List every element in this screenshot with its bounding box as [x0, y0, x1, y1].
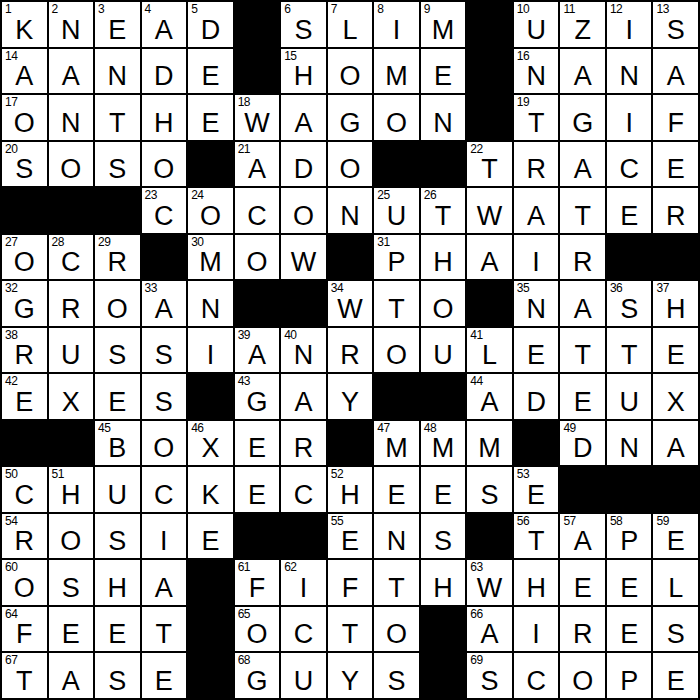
square-8-11[interactable]: 41L — [467, 328, 512, 373]
square-7-8[interactable]: 34W — [328, 281, 373, 326]
square-9-4[interactable]: S — [142, 374, 187, 419]
cell-letter: M — [421, 17, 466, 44]
square-13-3[interactable]: H — [95, 560, 140, 605]
cell-letter: S — [467, 482, 512, 509]
clue-number: 43 — [238, 375, 250, 388]
cell-letter: I — [514, 621, 559, 648]
square-3-15[interactable]: F — [653, 95, 698, 140]
cell-letter: A — [142, 575, 187, 602]
clue-number: 42 — [5, 375, 17, 388]
square-1-15[interactable]: 13S — [653, 2, 698, 47]
square-6-9[interactable]: 31P — [374, 235, 419, 280]
square-4-8[interactable]: O — [328, 142, 373, 187]
square-7-10[interactable]: O — [421, 281, 466, 326]
cell-letter: C — [607, 156, 652, 183]
square-1-4[interactable]: 4A — [142, 2, 187, 47]
square-7-3[interactable]: O — [95, 281, 140, 326]
square-15-8[interactable]: Y — [328, 653, 373, 698]
square-14-9[interactable]: O — [374, 607, 419, 652]
cell-letter: S — [653, 621, 698, 648]
square-1-13[interactable]: 11Z — [560, 2, 605, 47]
cell-letter: T — [421, 203, 466, 230]
square-15-1[interactable]: 67T — [2, 653, 47, 698]
square-11-2[interactable]: 51H — [49, 467, 94, 512]
square-6-1[interactable]: 27O — [2, 235, 47, 280]
cell-letter: N — [49, 110, 94, 137]
cell-letter: E — [188, 528, 233, 555]
square-10-5[interactable]: 46X — [188, 421, 233, 466]
square-2-7[interactable]: 15H — [281, 49, 326, 94]
cell-letter: M — [188, 249, 233, 276]
square-8-1[interactable]: 38R — [2, 328, 47, 373]
square-15-15[interactable]: E — [653, 653, 698, 698]
clue-number: 1 — [5, 3, 11, 16]
square-11-1[interactable]: 50C — [2, 467, 47, 512]
square-7-14[interactable]: 36S — [607, 281, 652, 326]
clue-number: 6 — [284, 3, 290, 16]
square-10-6[interactable]: E — [235, 421, 280, 466]
square-3-9[interactable]: O — [374, 95, 419, 140]
cell-letter: U — [514, 17, 559, 44]
square-6-3[interactable]: 29R — [95, 235, 140, 280]
square-11-7[interactable]: C — [281, 467, 326, 512]
cell-letter: T — [374, 296, 419, 323]
square-5-5[interactable]: 24O — [188, 188, 233, 233]
square-8-15[interactable]: E — [653, 328, 698, 373]
square-12-10[interactable]: S — [421, 514, 466, 559]
square-3-6[interactable]: 18W — [235, 95, 280, 140]
black-square-6-15 — [653, 235, 698, 280]
square-9-2[interactable]: X — [49, 374, 94, 419]
cell-letter: A — [560, 63, 605, 90]
square-2-5[interactable]: E — [188, 49, 233, 94]
square-2-12[interactable]: 16N — [514, 49, 559, 94]
cell-letter: X — [653, 389, 698, 416]
square-3-3[interactable]: T — [95, 95, 140, 140]
square-5-15[interactable]: R — [653, 188, 698, 233]
cell-letter: O — [49, 528, 94, 555]
square-9-1[interactable]: 42E — [2, 374, 47, 419]
crossword-board: 1K2N3E4A5D6S7L8I9M10U11Z12I13S14AANDE15H… — [0, 0, 700, 700]
square-8-8[interactable]: R — [328, 328, 373, 373]
cell-letter: N — [49, 17, 94, 44]
square-12-8[interactable]: 55E — [328, 514, 373, 559]
square-8-7[interactable]: 40N — [281, 328, 326, 373]
black-square-11-13 — [560, 467, 605, 512]
square-6-6[interactable]: O — [235, 235, 280, 280]
cell-letter: R — [560, 249, 605, 276]
square-12-4[interactable]: I — [142, 514, 187, 559]
square-12-9[interactable]: N — [374, 514, 419, 559]
square-3-10[interactable]: N — [421, 95, 466, 140]
cell-letter: H — [142, 110, 187, 137]
square-10-3[interactable]: 45B — [95, 421, 140, 466]
square-8-4[interactable]: S — [142, 328, 187, 373]
black-square-12-7 — [281, 514, 326, 559]
square-13-9[interactable]: T — [374, 560, 419, 605]
square-4-13[interactable]: A — [560, 142, 605, 187]
cell-letter: O — [560, 668, 605, 695]
square-14-7[interactable]: C — [281, 607, 326, 652]
black-square-5-2 — [49, 188, 94, 233]
square-5-9[interactable]: 25U — [374, 188, 419, 233]
square-7-5[interactable]: N — [188, 281, 233, 326]
square-8-10[interactable]: U — [421, 328, 466, 373]
cell-letter: O — [188, 203, 233, 230]
clue-number: 9 — [424, 3, 430, 16]
black-square-11-15 — [653, 467, 698, 512]
cell-letter: T — [2, 668, 47, 695]
cell-letter: R — [2, 528, 47, 555]
black-square-10-12 — [514, 421, 559, 466]
square-14-6[interactable]: 65O — [235, 607, 280, 652]
square-14-8[interactable]: T — [328, 607, 373, 652]
cell-letter: A — [560, 296, 605, 323]
clue-number: 10 — [517, 3, 529, 16]
clue-number: 44 — [470, 375, 482, 388]
cell-letter: E — [653, 342, 698, 369]
square-14-3[interactable]: E — [95, 607, 140, 652]
square-14-2[interactable]: E — [49, 607, 94, 652]
square-9-12[interactable]: D — [514, 374, 559, 419]
square-13-14[interactable]: E — [607, 560, 652, 605]
square-15-4[interactable]: E — [142, 653, 187, 698]
square-11-12[interactable]: 53E — [514, 467, 559, 512]
square-13-11[interactable]: 63W — [467, 560, 512, 605]
square-7-12[interactable]: 35N — [514, 281, 559, 326]
square-4-3[interactable]: S — [95, 142, 140, 187]
cell-letter: M — [374, 435, 419, 462]
square-11-3[interactable]: U — [95, 467, 140, 512]
cell-letter: A — [653, 63, 698, 90]
square-13-13[interactable]: E — [560, 560, 605, 605]
square-1-8[interactable]: 7L — [328, 2, 373, 47]
cell-letter: C — [235, 203, 280, 230]
square-10-11[interactable]: M — [467, 421, 512, 466]
clue-number: 7 — [331, 3, 337, 16]
square-2-9[interactable]: M — [374, 49, 419, 94]
cell-letter: U — [421, 342, 466, 369]
black-square-5-3 — [95, 188, 140, 233]
cell-letter: H — [514, 575, 559, 602]
black-square-11-14 — [607, 467, 652, 512]
square-7-13[interactable]: A — [560, 281, 605, 326]
clue-number: 34 — [331, 282, 343, 295]
square-7-1[interactable]: 32G — [2, 281, 47, 326]
square-2-13[interactable]: A — [560, 49, 605, 94]
square-5-6[interactable]: C — [235, 188, 280, 233]
square-1-3[interactable]: 3E — [95, 2, 140, 47]
square-15-13[interactable]: O — [560, 653, 605, 698]
cell-letter: I — [514, 249, 559, 276]
square-5-10[interactable]: 26T — [421, 188, 466, 233]
square-4-6[interactable]: 21A — [235, 142, 280, 187]
square-10-13[interactable]: 49D — [560, 421, 605, 466]
square-6-10[interactable]: H — [421, 235, 466, 280]
clue-number: 26 — [424, 189, 436, 202]
square-15-9[interactable]: S — [374, 653, 419, 698]
cell-letter: T — [95, 110, 140, 137]
square-15-7[interactable]: U — [281, 653, 326, 698]
cell-letter: F — [653, 110, 698, 137]
cell-letter: L — [467, 342, 512, 369]
square-2-2[interactable]: A — [49, 49, 94, 94]
square-12-1[interactable]: 54R — [2, 514, 47, 559]
square-14-4[interactable]: T — [142, 607, 187, 652]
square-5-14[interactable]: E — [607, 188, 652, 233]
square-2-3[interactable]: N — [95, 49, 140, 94]
square-14-1[interactable]: 64F — [2, 607, 47, 652]
square-13-4[interactable]: A — [142, 560, 187, 605]
square-13-1[interactable]: 60O — [2, 560, 47, 605]
square-15-12[interactable]: C — [514, 653, 559, 698]
square-12-5[interactable]: E — [188, 514, 233, 559]
square-6-2[interactable]: 28C — [49, 235, 94, 280]
square-1-14[interactable]: 12I — [607, 2, 652, 47]
square-13-7[interactable]: 62I — [281, 560, 326, 605]
square-8-5[interactable]: I — [188, 328, 233, 373]
cell-letter: C — [142, 203, 187, 230]
cell-letter: A — [142, 17, 187, 44]
black-square-10-2 — [49, 421, 94, 466]
square-9-7[interactable]: A — [281, 374, 326, 419]
square-12-12[interactable]: 56T — [514, 514, 559, 559]
square-10-10[interactable]: 48M — [421, 421, 466, 466]
square-15-6[interactable]: 68G — [235, 653, 280, 698]
square-11-8[interactable]: 52H — [328, 467, 373, 512]
square-7-4[interactable]: 33A — [142, 281, 187, 326]
black-square-9-5 — [188, 374, 233, 419]
cell-letter: K — [2, 17, 47, 44]
square-8-14[interactable]: T — [607, 328, 652, 373]
black-square-4-9 — [374, 142, 419, 187]
cell-letter: U — [49, 342, 94, 369]
square-13-2[interactable]: S — [49, 560, 94, 605]
square-10-4[interactable]: O — [142, 421, 187, 466]
cell-letter: L — [653, 575, 698, 602]
square-9-13[interactable]: E — [560, 374, 605, 419]
cell-letter: M — [374, 63, 419, 90]
square-10-7[interactable]: R — [281, 421, 326, 466]
square-8-3[interactable]: S — [95, 328, 140, 373]
square-4-14[interactable]: C — [607, 142, 652, 187]
cell-letter: U — [95, 482, 140, 509]
square-7-2[interactable]: R — [49, 281, 94, 326]
cell-letter: F — [235, 575, 280, 602]
cell-letter: A — [2, 63, 47, 90]
square-13-6[interactable]: 61F — [235, 560, 280, 605]
cell-letter: E — [421, 63, 466, 90]
square-3-5[interactable]: E — [188, 95, 233, 140]
cell-letter: M — [467, 435, 512, 462]
clue-number: 18 — [238, 96, 250, 109]
square-3-4[interactable]: H — [142, 95, 187, 140]
black-square-10-1 — [2, 421, 47, 466]
square-15-11[interactable]: 69S — [467, 653, 512, 698]
square-12-13[interactable]: 57A — [560, 514, 605, 559]
square-1-10[interactable]: 9M — [421, 2, 466, 47]
cell-letter: P — [374, 249, 419, 276]
square-11-6[interactable]: E — [235, 467, 280, 512]
cell-letter: R — [2, 342, 47, 369]
square-5-4[interactable]: 23C — [142, 188, 187, 233]
black-square-9-9 — [374, 374, 419, 419]
square-1-1[interactable]: 1K — [2, 2, 47, 47]
cell-letter: A — [653, 435, 698, 462]
cell-letter: O — [374, 342, 419, 369]
square-4-12[interactable]: R — [514, 142, 559, 187]
square-11-9[interactable]: E — [374, 467, 419, 512]
square-6-11[interactable]: A — [467, 235, 512, 280]
square-4-1[interactable]: 20S — [2, 142, 47, 187]
black-square-1-11 — [467, 2, 512, 47]
cell-letter: N — [421, 110, 466, 137]
cell-letter: I — [607, 17, 652, 44]
square-12-3[interactable]: S — [95, 514, 140, 559]
cell-letter: C — [514, 668, 559, 695]
clue-number: 4 — [145, 3, 151, 16]
square-12-14[interactable]: 58P — [607, 514, 652, 559]
square-2-10[interactable]: E — [421, 49, 466, 94]
square-11-4[interactable]: C — [142, 467, 187, 512]
square-5-13[interactable]: T — [560, 188, 605, 233]
square-1-12[interactable]: 10U — [514, 2, 559, 47]
square-3-13[interactable]: G — [560, 95, 605, 140]
square-14-12[interactable]: I — [514, 607, 559, 652]
black-square-15-10 — [421, 653, 466, 698]
cell-letter: R — [560, 621, 605, 648]
square-6-12[interactable]: I — [514, 235, 559, 280]
square-11-11[interactable]: S — [467, 467, 512, 512]
square-10-9[interactable]: 47M — [374, 421, 419, 466]
clue-number: 2 — [52, 3, 58, 16]
square-14-13[interactable]: R — [560, 607, 605, 652]
square-12-15[interactable]: 59E — [653, 514, 698, 559]
square-8-6[interactable]: 39A — [235, 328, 280, 373]
square-9-11[interactable]: 44A — [467, 374, 512, 419]
square-5-7[interactable]: O — [281, 188, 326, 233]
cell-letter: T — [607, 342, 652, 369]
square-4-11[interactable]: 22T — [467, 142, 512, 187]
square-12-2[interactable]: O — [49, 514, 94, 559]
cell-letter: O — [49, 156, 94, 183]
cell-letter: S — [281, 17, 326, 44]
cell-letter: N — [328, 203, 373, 230]
square-9-14[interactable]: U — [607, 374, 652, 419]
square-1-2[interactable]: 2N — [49, 2, 94, 47]
black-square-7-11 — [467, 281, 512, 326]
clue-number: 33 — [145, 282, 157, 295]
square-15-3[interactable]: S — [95, 653, 140, 698]
black-square-6-8 — [328, 235, 373, 280]
cell-letter: S — [421, 528, 466, 555]
cell-letter: Y — [328, 668, 373, 695]
square-3-1[interactable]: 17O — [2, 95, 47, 140]
cell-letter: W — [281, 249, 326, 276]
square-9-3[interactable]: E — [95, 374, 140, 419]
black-square-2-6 — [235, 49, 280, 94]
cell-letter: A — [467, 389, 512, 416]
square-13-12[interactable]: H — [514, 560, 559, 605]
square-7-9[interactable]: T — [374, 281, 419, 326]
square-14-15[interactable]: S — [653, 607, 698, 652]
square-5-11[interactable]: W — [467, 188, 512, 233]
cell-letter: T — [514, 528, 559, 555]
square-8-13[interactable]: T — [560, 328, 605, 373]
square-4-15[interactable]: E — [653, 142, 698, 187]
square-3-14[interactable]: I — [607, 95, 652, 140]
square-14-14[interactable]: E — [607, 607, 652, 652]
square-13-8[interactable]: F — [328, 560, 373, 605]
square-2-15[interactable]: A — [653, 49, 698, 94]
clue-number: 3 — [98, 3, 104, 16]
square-13-10[interactable]: H — [421, 560, 466, 605]
square-1-5[interactable]: 5D — [188, 2, 233, 47]
square-1-7[interactable]: 6S — [281, 2, 326, 47]
square-6-7[interactable]: W — [281, 235, 326, 280]
cell-letter: O — [374, 621, 419, 648]
square-4-7[interactable]: D — [281, 142, 326, 187]
cell-letter: E — [560, 389, 605, 416]
square-15-14[interactable]: P — [607, 653, 652, 698]
square-5-12[interactable]: A — [514, 188, 559, 233]
cell-letter: X — [188, 435, 233, 462]
cell-letter: T — [467, 156, 512, 183]
square-3-2[interactable]: N — [49, 95, 94, 140]
square-2-4[interactable]: D — [142, 49, 187, 94]
square-8-2[interactable]: U — [49, 328, 94, 373]
square-9-6[interactable]: 43G — [235, 374, 280, 419]
square-3-8[interactable]: G — [328, 95, 373, 140]
square-8-9[interactable]: O — [374, 328, 419, 373]
square-13-15[interactable]: L — [653, 560, 698, 605]
cell-letter: E — [514, 482, 559, 509]
square-9-8[interactable]: Y — [328, 374, 373, 419]
square-10-14[interactable]: N — [607, 421, 652, 466]
square-11-5[interactable]: K — [188, 467, 233, 512]
square-9-15[interactable]: X — [653, 374, 698, 419]
cell-letter: E — [607, 203, 652, 230]
square-5-8[interactable]: N — [328, 188, 373, 233]
cell-letter: E — [653, 668, 698, 695]
cell-letter: H — [328, 482, 373, 509]
square-2-1[interactable]: 14A — [2, 49, 47, 94]
square-2-14[interactable]: N — [607, 49, 652, 94]
square-14-11[interactable]: 66A — [467, 607, 512, 652]
square-10-15[interactable]: A — [653, 421, 698, 466]
square-11-10[interactable]: E — [421, 467, 466, 512]
cell-letter: W — [467, 203, 512, 230]
square-6-13[interactable]: R — [560, 235, 605, 280]
square-4-4[interactable]: O — [142, 142, 187, 187]
cell-letter: G — [328, 110, 373, 137]
square-1-9[interactable]: 8I — [374, 2, 419, 47]
black-square-14-5 — [188, 607, 233, 652]
cell-letter: S — [95, 156, 140, 183]
square-3-7[interactable]: A — [281, 95, 326, 140]
black-square-6-14 — [607, 235, 652, 280]
square-8-12[interactable]: E — [514, 328, 559, 373]
square-3-12[interactable]: 19T — [514, 95, 559, 140]
square-2-8[interactable]: O — [328, 49, 373, 94]
square-6-5[interactable]: 30M — [188, 235, 233, 280]
black-square-3-11 — [467, 95, 512, 140]
square-7-15[interactable]: 37H — [653, 281, 698, 326]
square-15-2[interactable]: A — [49, 653, 94, 698]
square-4-2[interactable]: O — [49, 142, 94, 187]
black-square-14-10 — [421, 607, 466, 652]
cell-letter: I — [188, 342, 233, 369]
